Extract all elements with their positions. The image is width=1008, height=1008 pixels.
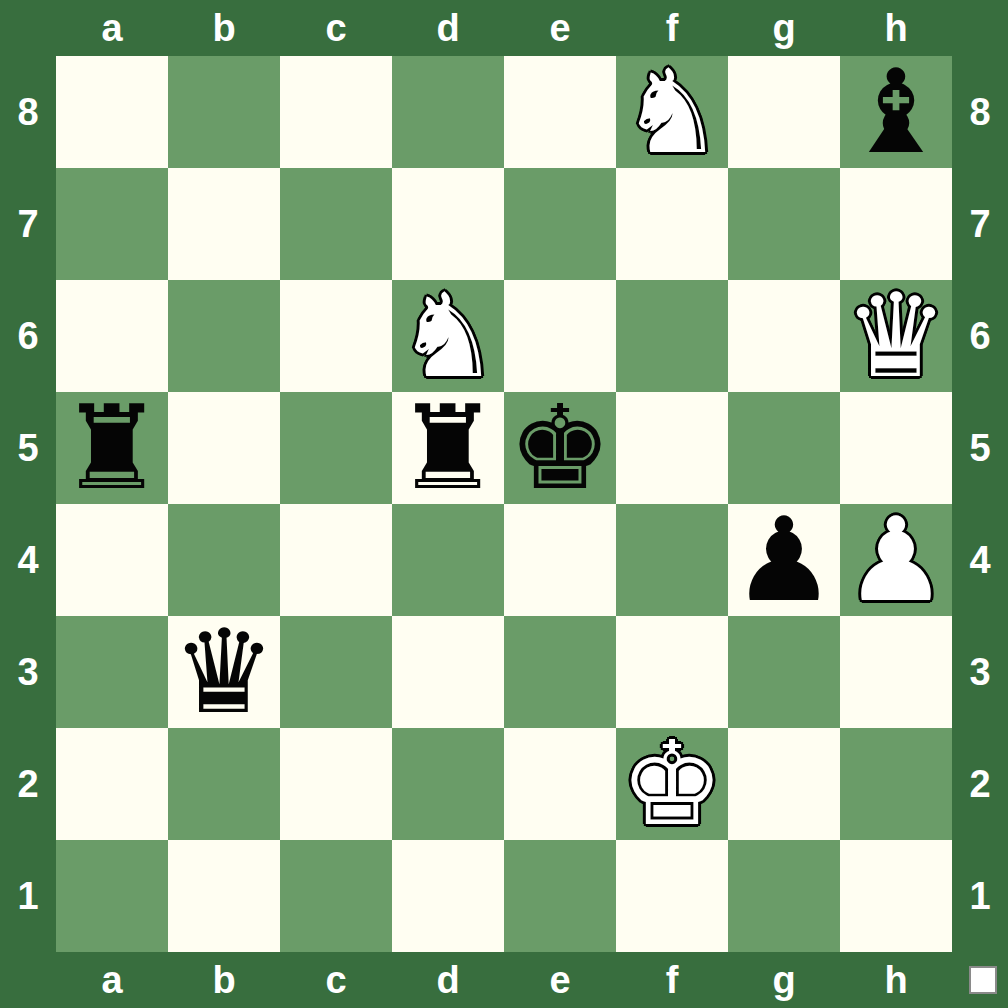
square-c8[interactable] [280,56,392,168]
square-e6[interactable] [504,280,616,392]
square-h8[interactable]: ♝ [840,56,952,168]
square-a7[interactable] [56,168,168,280]
file-label-top-f: f [616,0,728,56]
square-d7[interactable] [392,168,504,280]
square-b6[interactable] [168,280,280,392]
square-d8[interactable] [392,56,504,168]
rank-label-right-1: 1 [952,840,1008,952]
square-a8[interactable] [56,56,168,168]
white-to-move-indicator [969,966,997,994]
square-f4[interactable] [616,504,728,616]
square-b5[interactable] [168,392,280,504]
rank-label-left-8: 8 [0,56,56,168]
rank-label-left-2: 2 [0,728,56,840]
rank-label-left-5: 5 [0,392,56,504]
piece-black-rook[interactable]: ♜ [60,392,164,504]
rank-label-right-4: 4 [952,504,1008,616]
square-c7[interactable] [280,168,392,280]
piece-black-bishop[interactable]: ♝ [844,56,948,168]
square-d6[interactable]: ♞ [392,280,504,392]
square-g2[interactable] [728,728,840,840]
square-a2[interactable] [56,728,168,840]
square-a1[interactable] [56,840,168,952]
square-e1[interactable] [504,840,616,952]
square-h2[interactable] [840,728,952,840]
square-g6[interactable] [728,280,840,392]
square-f6[interactable] [616,280,728,392]
rank-label-right-5: 5 [952,392,1008,504]
square-d5[interactable]: ♜ [392,392,504,504]
piece-white-knight[interactable]: ♞ [620,56,724,168]
file-label-bottom-b: b [168,952,280,1008]
rank-label-left-7: 7 [0,168,56,280]
square-f8[interactable]: ♞ [616,56,728,168]
square-e8[interactable] [504,56,616,168]
rank-label-right-7: 7 [952,168,1008,280]
square-f1[interactable] [616,840,728,952]
square-h1[interactable] [840,840,952,952]
file-label-bottom-c: c [280,952,392,1008]
square-h7[interactable] [840,168,952,280]
rank-label-left-3: 3 [0,616,56,728]
square-e5[interactable]: ♚ [504,392,616,504]
file-label-top-c: c [280,0,392,56]
square-g3[interactable] [728,616,840,728]
square-f3[interactable] [616,616,728,728]
square-g7[interactable] [728,168,840,280]
square-b4[interactable] [168,504,280,616]
square-e4[interactable] [504,504,616,616]
piece-white-queen[interactable]: ♛ [844,280,948,392]
file-label-top-g: g [728,0,840,56]
square-a6[interactable] [56,280,168,392]
square-b8[interactable] [168,56,280,168]
file-label-top-b: b [168,0,280,56]
square-e7[interactable] [504,168,616,280]
rank-label-right-2: 2 [952,728,1008,840]
piece-black-pawn[interactable]: ♟ [732,504,836,616]
square-d2[interactable] [392,728,504,840]
square-g5[interactable] [728,392,840,504]
square-h3[interactable] [840,616,952,728]
rank-label-right-3: 3 [952,616,1008,728]
file-label-bottom-a: a [56,952,168,1008]
file-label-bottom-h: h [840,952,952,1008]
square-d3[interactable] [392,616,504,728]
piece-white-king[interactable]: ♚ [620,728,724,840]
piece-white-knight[interactable]: ♞ [396,280,500,392]
square-g4[interactable]: ♟ [728,504,840,616]
file-label-bottom-d: d [392,952,504,1008]
rank-label-right-8: 8 [952,56,1008,168]
square-c4[interactable] [280,504,392,616]
file-label-top-e: e [504,0,616,56]
square-d1[interactable] [392,840,504,952]
piece-black-queen[interactable]: ♛ [172,616,276,728]
square-d4[interactable] [392,504,504,616]
square-a3[interactable] [56,616,168,728]
piece-white-pawn[interactable]: ♟ [844,504,948,616]
square-f5[interactable] [616,392,728,504]
file-label-top-a: a [56,0,168,56]
file-label-top-h: h [840,0,952,56]
square-c2[interactable] [280,728,392,840]
square-e3[interactable] [504,616,616,728]
rank-label-left-1: 1 [0,840,56,952]
rank-label-right-6: 6 [952,280,1008,392]
square-f7[interactable] [616,168,728,280]
chess-board: ♞♝♞♛♜♜♚♟♟♛♚ [56,56,952,952]
square-a5[interactable]: ♜ [56,392,168,504]
square-b1[interactable] [168,840,280,952]
square-b3[interactable]: ♛ [168,616,280,728]
square-g8[interactable] [728,56,840,168]
square-f2[interactable]: ♚ [616,728,728,840]
square-b2[interactable] [168,728,280,840]
piece-black-king[interactable]: ♚ [508,392,612,504]
square-a4[interactable] [56,504,168,616]
square-h6[interactable]: ♛ [840,280,952,392]
rank-label-left-4: 4 [0,504,56,616]
square-h5[interactable] [840,392,952,504]
file-label-bottom-f: f [616,952,728,1008]
square-g1[interactable] [728,840,840,952]
file-label-top-d: d [392,0,504,56]
square-c5[interactable] [280,392,392,504]
square-h4[interactable]: ♟ [840,504,952,616]
chess-board-frame: ♞♝♞♛♜♜♚♟♟♛♚ aabbccddeeffgghh887766554433… [0,0,1008,1008]
square-c1[interactable] [280,840,392,952]
piece-black-rook[interactable]: ♜ [396,392,500,504]
file-label-bottom-e: e [504,952,616,1008]
file-label-bottom-g: g [728,952,840,1008]
square-e2[interactable] [504,728,616,840]
square-c6[interactable] [280,280,392,392]
square-b7[interactable] [168,168,280,280]
rank-label-left-6: 6 [0,280,56,392]
square-c3[interactable] [280,616,392,728]
